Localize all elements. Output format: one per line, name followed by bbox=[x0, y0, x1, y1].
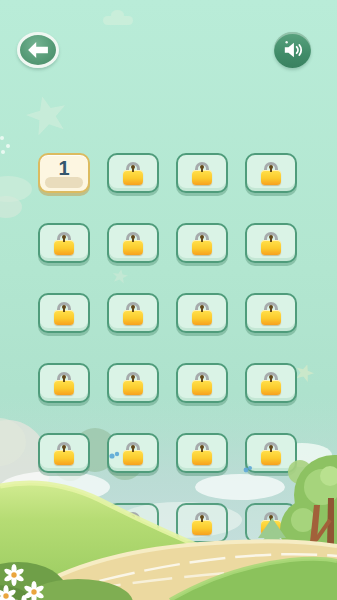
speaker-icon bbox=[282, 40, 304, 60]
lock-body bbox=[261, 380, 281, 395]
lock-body bbox=[192, 380, 212, 395]
lock-icon bbox=[121, 301, 145, 325]
flower-dots-decoration bbox=[0, 136, 12, 156]
landscape-foreground bbox=[0, 400, 337, 600]
cloud-decoration bbox=[103, 16, 133, 25]
lock-keystem bbox=[201, 308, 203, 312]
lock-keystem bbox=[270, 168, 272, 172]
star-decoration bbox=[22, 92, 72, 141]
lock-body bbox=[54, 310, 74, 325]
lock-keystem bbox=[201, 378, 203, 382]
lock-icon bbox=[121, 161, 145, 185]
lock-body bbox=[261, 170, 281, 185]
lock-icon bbox=[259, 301, 283, 325]
locked-level-button-5[interactable] bbox=[38, 223, 90, 263]
lock-keystem bbox=[270, 308, 272, 312]
lock-icon bbox=[190, 231, 214, 255]
locked-level-button-15[interactable] bbox=[176, 363, 228, 403]
locked-level-button-3[interactable] bbox=[176, 153, 228, 193]
lock-keystem bbox=[270, 378, 272, 382]
lock-keystem bbox=[201, 168, 203, 172]
locked-level-button-6[interactable] bbox=[107, 223, 159, 263]
lock-keystem bbox=[201, 238, 203, 242]
level-select-screen: 1 bbox=[0, 0, 337, 600]
lock-icon bbox=[259, 231, 283, 255]
locked-level-button-14[interactable] bbox=[107, 363, 159, 403]
locked-level-button-11[interactable] bbox=[176, 293, 228, 333]
locked-level-button-12[interactable] bbox=[245, 293, 297, 333]
locked-level-button-2[interactable] bbox=[107, 153, 159, 193]
lock-body bbox=[123, 310, 143, 325]
locked-level-button-16[interactable] bbox=[245, 363, 297, 403]
lock-keystem bbox=[63, 238, 65, 242]
sound-button[interactable] bbox=[274, 32, 311, 68]
locked-level-button-10[interactable] bbox=[107, 293, 159, 333]
lock-body bbox=[123, 240, 143, 255]
lock-icon bbox=[52, 231, 76, 255]
lock-icon bbox=[259, 371, 283, 395]
lock-body bbox=[192, 310, 212, 325]
level-button-1[interactable]: 1 bbox=[38, 153, 90, 193]
locked-level-button-8[interactable] bbox=[245, 223, 297, 263]
lock-body bbox=[192, 240, 212, 255]
lock-icon bbox=[52, 371, 76, 395]
lock-keystem bbox=[63, 308, 65, 312]
lock-keystem bbox=[132, 238, 134, 242]
back-arrow-icon bbox=[27, 41, 49, 59]
lock-keystem bbox=[270, 238, 272, 242]
locked-level-button-13[interactable] bbox=[38, 363, 90, 403]
locked-level-button-7[interactable] bbox=[176, 223, 228, 263]
lock-keystem bbox=[63, 378, 65, 382]
lock-body bbox=[54, 380, 74, 395]
lock-body bbox=[261, 240, 281, 255]
lock-icon bbox=[190, 161, 214, 185]
lock-icon bbox=[52, 301, 76, 325]
lock-body bbox=[192, 170, 212, 185]
locked-level-button-9[interactable] bbox=[38, 293, 90, 333]
lock-body bbox=[261, 310, 281, 325]
lock-keystem bbox=[132, 308, 134, 312]
back-button[interactable] bbox=[17, 32, 59, 68]
lock-icon bbox=[259, 161, 283, 185]
lock-body bbox=[123, 380, 143, 395]
lock-body bbox=[54, 240, 74, 255]
lock-icon bbox=[121, 371, 145, 395]
lock-icon bbox=[190, 301, 214, 325]
locked-level-button-4[interactable] bbox=[245, 153, 297, 193]
lock-icon bbox=[190, 371, 214, 395]
lock-icon bbox=[121, 231, 145, 255]
lock-body bbox=[123, 170, 143, 185]
level-button-base bbox=[45, 177, 83, 188]
lock-keystem bbox=[132, 378, 134, 382]
lock-keystem bbox=[132, 168, 134, 172]
